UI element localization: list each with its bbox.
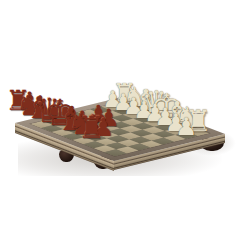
red-rook: ♜ — [5, 87, 30, 115]
red-knight: ♞ — [16, 91, 40, 118]
red-pawn: ♟ — [20, 89, 40, 112]
chess-set-product-photo: ♜♟♞♟♟♜♝♟♟♞♛♟♝♚♟♛♟♝♟♟♚♟♞♟♟♝♜♟♟♞♟♜ — [0, 0, 240, 240]
red-pawn: ♟ — [30, 93, 51, 116]
